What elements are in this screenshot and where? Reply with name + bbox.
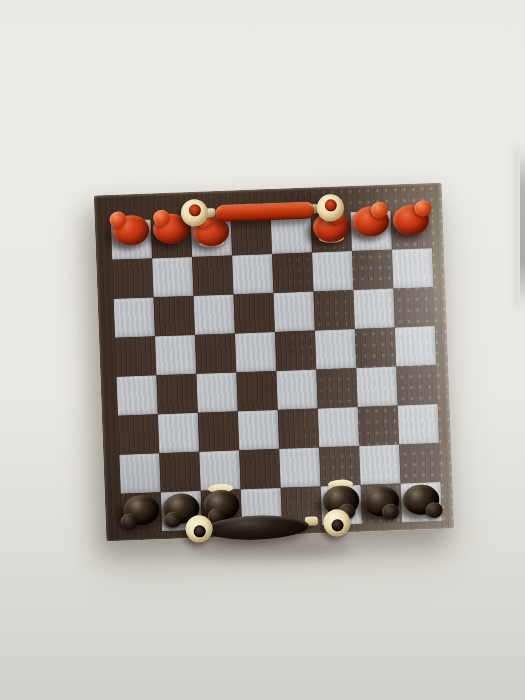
pieces-layer xyxy=(94,183,454,542)
chess-board xyxy=(94,183,454,542)
black-piece-tip xyxy=(382,504,400,521)
wall-corner-line xyxy=(520,146,525,308)
black-piece-tip xyxy=(425,502,443,519)
black-piece-tip xyxy=(338,503,356,520)
bottom-handle-cast-shadow xyxy=(190,541,352,558)
photo-background xyxy=(0,0,525,700)
red-piece-tip xyxy=(414,200,432,217)
